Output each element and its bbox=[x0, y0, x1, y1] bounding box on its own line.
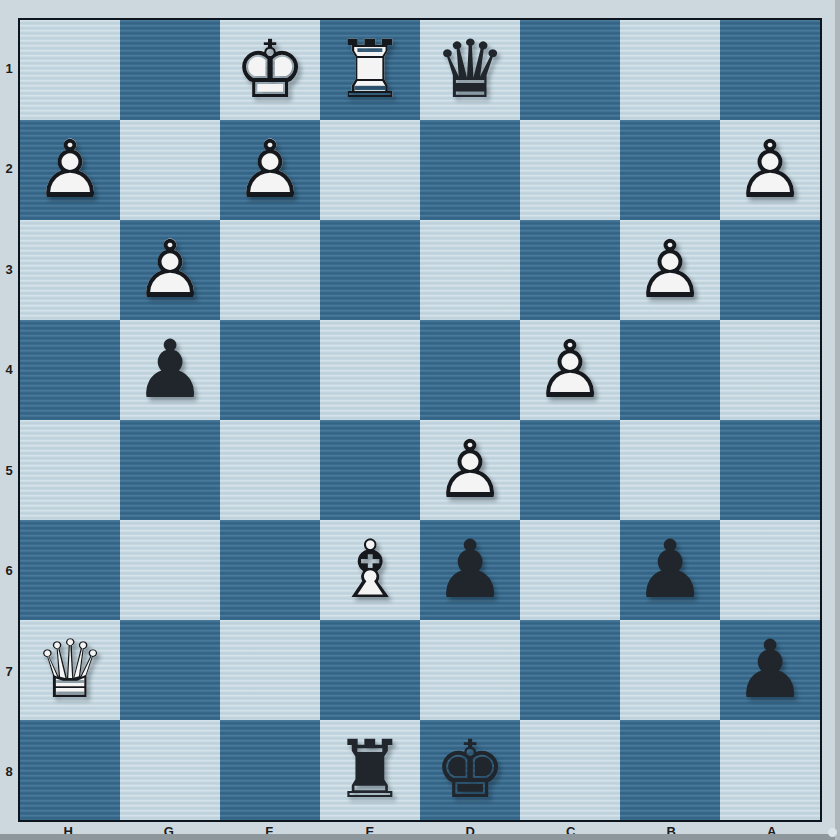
square-a5[interactable] bbox=[720, 420, 820, 520]
square-g1[interactable] bbox=[120, 20, 220, 120]
square-g2[interactable] bbox=[120, 120, 220, 220]
square-g6[interactable] bbox=[120, 520, 220, 620]
square-d1[interactable]: ♛ bbox=[420, 20, 520, 120]
rank-label-5: 5 bbox=[0, 420, 18, 521]
square-g3[interactable]: ♟♙ bbox=[120, 220, 220, 320]
black-pawn-glyph: ♟ bbox=[120, 320, 220, 420]
piece-white-pawn[interactable]: ♟♙ bbox=[720, 120, 820, 220]
square-a1[interactable] bbox=[720, 20, 820, 120]
piece-white-king[interactable]: ♚♔ bbox=[220, 20, 320, 120]
square-a3[interactable] bbox=[720, 220, 820, 320]
black-rook-glyph: ♜ bbox=[320, 720, 420, 820]
square-f8[interactable] bbox=[220, 720, 320, 820]
square-h6[interactable] bbox=[20, 520, 120, 620]
square-e1[interactable]: ♜♖ bbox=[320, 20, 420, 120]
square-c5[interactable] bbox=[520, 420, 620, 520]
frame-corner-dot bbox=[828, 828, 837, 837]
white-rook-outline: ♖ bbox=[320, 20, 420, 120]
white-pawn-outline: ♙ bbox=[720, 120, 820, 220]
rank-label-8: 8 bbox=[0, 722, 18, 823]
black-pawn-glyph: ♟ bbox=[620, 520, 720, 620]
black-pawn-glyph: ♟ bbox=[720, 620, 820, 720]
white-pawn-outline: ♙ bbox=[420, 420, 520, 520]
square-h4[interactable] bbox=[20, 320, 120, 420]
square-c4[interactable]: ♟♙ bbox=[520, 320, 620, 420]
rank-labels: 12345678 bbox=[0, 18, 18, 822]
square-c1[interactable] bbox=[520, 20, 620, 120]
square-d2[interactable] bbox=[420, 120, 520, 220]
square-h8[interactable] bbox=[20, 720, 120, 820]
square-g7[interactable] bbox=[120, 620, 220, 720]
piece-white-pawn[interactable]: ♟♙ bbox=[620, 220, 720, 320]
square-f3[interactable] bbox=[220, 220, 320, 320]
white-pawn-outline: ♙ bbox=[520, 320, 620, 420]
square-d3[interactable] bbox=[420, 220, 520, 320]
rank-label-2: 2 bbox=[0, 119, 18, 220]
square-b6[interactable]: ♟ bbox=[620, 520, 720, 620]
piece-white-pawn[interactable]: ♟♙ bbox=[20, 120, 120, 220]
rank-label-1: 1 bbox=[0, 18, 18, 119]
square-d6[interactable]: ♟ bbox=[420, 520, 520, 620]
square-b4[interactable] bbox=[620, 320, 720, 420]
square-a2[interactable]: ♟♙ bbox=[720, 120, 820, 220]
square-a4[interactable] bbox=[720, 320, 820, 420]
white-pawn-outline: ♙ bbox=[120, 220, 220, 320]
square-c3[interactable] bbox=[520, 220, 620, 320]
square-f4[interactable] bbox=[220, 320, 320, 420]
square-a8[interactable] bbox=[720, 720, 820, 820]
square-c2[interactable] bbox=[520, 120, 620, 220]
piece-white-rook[interactable]: ♜♖ bbox=[320, 20, 420, 120]
square-e5[interactable] bbox=[320, 420, 420, 520]
square-g5[interactable] bbox=[120, 420, 220, 520]
square-b5[interactable] bbox=[620, 420, 720, 520]
piece-black-rook[interactable]: ♜ bbox=[320, 720, 420, 820]
square-b2[interactable] bbox=[620, 120, 720, 220]
square-h1[interactable] bbox=[20, 20, 120, 120]
piece-white-pawn[interactable]: ♟♙ bbox=[420, 420, 520, 520]
square-f2[interactable]: ♟♙ bbox=[220, 120, 320, 220]
black-king-glyph: ♚ bbox=[420, 720, 520, 820]
square-f1[interactable]: ♚♔ bbox=[220, 20, 320, 120]
white-pawn-outline: ♙ bbox=[220, 120, 320, 220]
square-e4[interactable] bbox=[320, 320, 420, 420]
rank-label-4: 4 bbox=[0, 320, 18, 421]
square-d4[interactable] bbox=[420, 320, 520, 420]
piece-white-pawn[interactable]: ♟♙ bbox=[220, 120, 320, 220]
square-f5[interactable] bbox=[220, 420, 320, 520]
piece-white-pawn[interactable]: ♟♙ bbox=[520, 320, 620, 420]
white-queen-outline: ♕ bbox=[20, 620, 120, 720]
piece-black-pawn[interactable]: ♟ bbox=[720, 620, 820, 720]
square-c6[interactable] bbox=[520, 520, 620, 620]
square-f7[interactable] bbox=[220, 620, 320, 720]
square-e7[interactable] bbox=[320, 620, 420, 720]
rank-label-7: 7 bbox=[0, 621, 18, 722]
square-d7[interactable] bbox=[420, 620, 520, 720]
piece-black-pawn[interactable]: ♟ bbox=[420, 520, 520, 620]
square-c7[interactable] bbox=[520, 620, 620, 720]
square-b1[interactable] bbox=[620, 20, 720, 120]
piece-black-king[interactable]: ♚ bbox=[420, 720, 520, 820]
black-pawn-glyph: ♟ bbox=[420, 520, 520, 620]
square-g8[interactable] bbox=[120, 720, 220, 820]
square-b7[interactable] bbox=[620, 620, 720, 720]
square-h5[interactable] bbox=[20, 420, 120, 520]
piece-black-queen[interactable]: ♛ bbox=[420, 20, 520, 120]
square-h3[interactable] bbox=[20, 220, 120, 320]
piece-black-pawn[interactable]: ♟ bbox=[120, 320, 220, 420]
square-f6[interactable] bbox=[220, 520, 320, 620]
square-a7[interactable]: ♟ bbox=[720, 620, 820, 720]
rank-label-3: 3 bbox=[0, 219, 18, 320]
white-bishop-outline: ♗ bbox=[320, 520, 420, 620]
square-e2[interactable] bbox=[320, 120, 420, 220]
piece-white-pawn[interactable]: ♟♙ bbox=[120, 220, 220, 320]
piece-white-bishop[interactable]: ♝♗ bbox=[320, 520, 420, 620]
frame-bevel-right bbox=[835, 0, 840, 840]
square-b3[interactable]: ♟♙ bbox=[620, 220, 720, 320]
chess-diagram: 12345678 ♚♔♜♖♛♟♙♟♙♟♙♟♙♟♙♟♟♙♟♙♝♗♟♟♛♕♟♜♚ H… bbox=[0, 0, 840, 840]
square-d5[interactable]: ♟♙ bbox=[420, 420, 520, 520]
square-e8[interactable]: ♜ bbox=[320, 720, 420, 820]
square-c8[interactable] bbox=[520, 720, 620, 820]
square-d8[interactable]: ♚ bbox=[420, 720, 520, 820]
square-b8[interactable] bbox=[620, 720, 720, 820]
piece-white-queen[interactable]: ♛♕ bbox=[20, 620, 120, 720]
frame-bevel-bottom bbox=[0, 834, 840, 840]
square-h2[interactable]: ♟♙ bbox=[20, 120, 120, 220]
square-h7[interactable]: ♛♕ bbox=[20, 620, 120, 720]
rank-label-6: 6 bbox=[0, 521, 18, 622]
square-e3[interactable] bbox=[320, 220, 420, 320]
square-a6[interactable] bbox=[720, 520, 820, 620]
chess-board: ♚♔♜♖♛♟♙♟♙♟♙♟♙♟♙♟♟♙♟♙♝♗♟♟♛♕♟♜♚ bbox=[18, 18, 822, 822]
white-pawn-outline: ♙ bbox=[20, 120, 120, 220]
square-e6[interactable]: ♝♗ bbox=[320, 520, 420, 620]
black-queen-glyph: ♛ bbox=[420, 20, 520, 120]
square-g4[interactable]: ♟ bbox=[120, 320, 220, 420]
white-pawn-outline: ♙ bbox=[620, 220, 720, 320]
white-king-outline: ♔ bbox=[220, 20, 320, 120]
piece-black-pawn[interactable]: ♟ bbox=[620, 520, 720, 620]
